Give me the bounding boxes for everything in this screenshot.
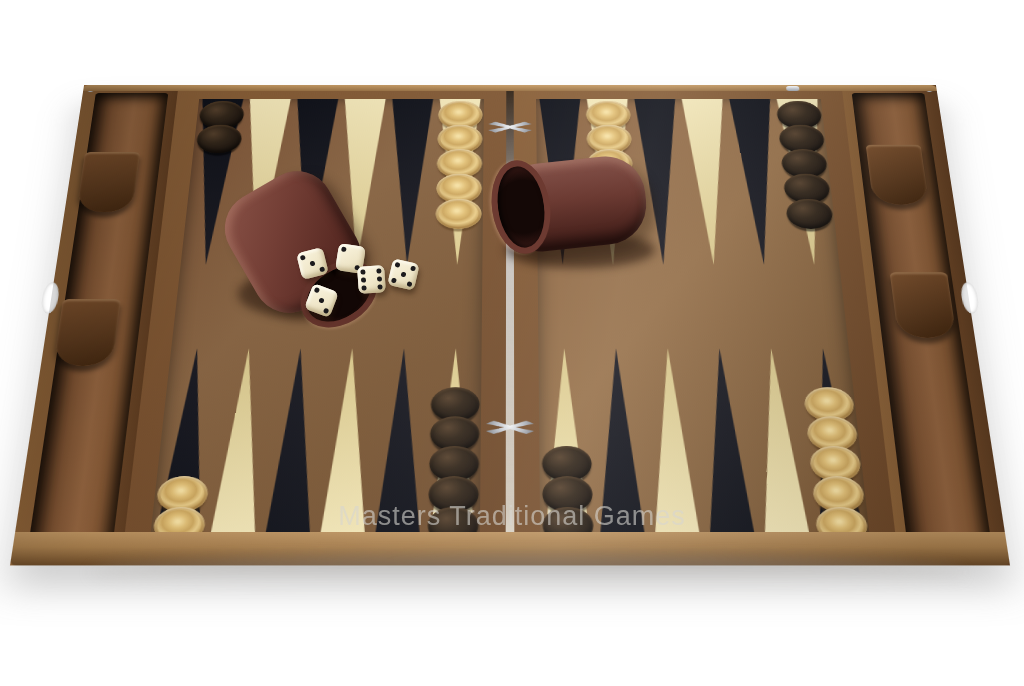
corner-screw <box>88 88 94 92</box>
point-triangle-black <box>382 99 437 265</box>
die[interactable] <box>357 265 386 294</box>
checker-dark[interactable] <box>785 199 834 229</box>
point <box>382 99 437 265</box>
die-pip <box>391 277 397 283</box>
backgammon-case <box>10 85 1010 565</box>
case-floor-shadow <box>90 556 964 590</box>
die-pip <box>401 272 407 278</box>
die-pip <box>361 277 366 282</box>
product-photo: Masters Traditional Games <box>0 0 1024 686</box>
checker-light[interactable] <box>152 507 206 544</box>
die-pip <box>318 297 324 303</box>
die-pip <box>376 269 381 274</box>
corner-screw <box>926 88 932 92</box>
die-pip <box>361 270 366 275</box>
checker-stack <box>435 101 482 229</box>
handle-notch <box>959 282 980 313</box>
outer-wood-band <box>538 265 849 348</box>
die-pip <box>395 262 401 268</box>
handle-notch <box>40 282 61 313</box>
die-pip <box>314 287 320 293</box>
corner-screw <box>997 556 1004 561</box>
watermark-text: Masters Traditional Games <box>338 501 686 532</box>
die-pip <box>410 266 416 272</box>
die-pip <box>377 284 382 289</box>
dice-cup-right[interactable] <box>500 160 660 260</box>
die-pip <box>341 247 347 253</box>
die-pip <box>323 307 329 313</box>
die-pip <box>309 260 315 266</box>
point <box>432 99 484 265</box>
die-pip <box>300 255 306 261</box>
die-pip <box>376 276 381 281</box>
die-pip <box>362 285 367 290</box>
checker-light[interactable] <box>435 199 481 229</box>
die-pip <box>319 266 325 272</box>
checker-light[interactable] <box>814 507 868 544</box>
checker-stack <box>195 101 245 153</box>
board-half-right <box>514 85 899 565</box>
checker-dark[interactable] <box>195 125 242 154</box>
corner-screw <box>16 556 23 561</box>
checker-stack <box>775 101 833 229</box>
die-pip <box>406 281 412 287</box>
case-clasp <box>786 86 799 91</box>
